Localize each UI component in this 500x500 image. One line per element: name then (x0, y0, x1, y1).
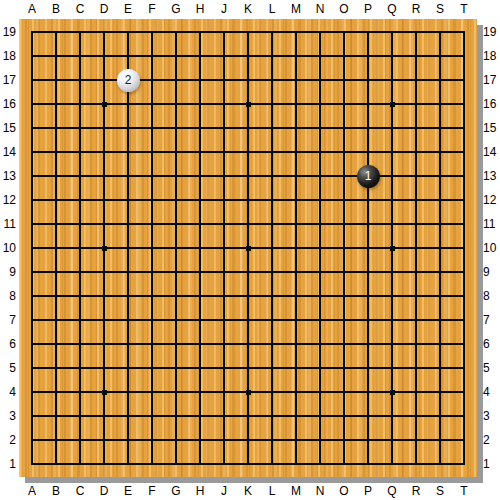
coordinate-label-bottom-L: L (260, 484, 284, 498)
coordinate-label-right-5: 5 (483, 361, 500, 375)
grid-line-horizontal (31, 295, 465, 297)
coordinate-label-left-5: 5 (1, 361, 16, 375)
coordinate-label-bottom-E: E (116, 484, 140, 498)
coordinate-label-top-K: K (236, 2, 260, 16)
coordinate-label-left-3: 3 (1, 409, 16, 423)
coordinate-label-left-9: 9 (1, 265, 16, 279)
star-point-D10 (102, 246, 107, 251)
coordinate-label-top-C: C (68, 2, 92, 16)
coordinate-label-bottom-R: R (404, 484, 428, 498)
coordinate-label-bottom-B: B (44, 484, 68, 498)
coordinate-label-left-18: 18 (1, 49, 16, 63)
coordinate-label-top-R: R (404, 2, 428, 16)
white-stone-E17[interactable]: 2 (117, 69, 140, 92)
coordinate-label-right-3: 3 (483, 409, 500, 423)
star-point-Q16 (390, 102, 395, 107)
coordinate-label-bottom-S: S (428, 484, 452, 498)
coordinate-label-right-2: 2 (483, 433, 500, 447)
coordinate-label-right-7: 7 (483, 313, 500, 327)
coordinate-label-bottom-A: A (20, 484, 44, 498)
coordinate-label-right-10: 10 (483, 241, 500, 255)
coordinate-label-right-14: 14 (483, 145, 500, 159)
coordinate-label-right-8: 8 (483, 289, 500, 303)
coordinate-label-right-17: 17 (483, 73, 500, 87)
coordinate-label-left-7: 7 (1, 313, 16, 327)
coordinate-label-left-15: 15 (1, 121, 16, 135)
coordinate-label-top-N: N (308, 2, 332, 16)
stone-move-number: 1 (365, 170, 372, 182)
coordinate-label-top-E: E (116, 2, 140, 16)
coordinate-label-bottom-J: J (212, 484, 236, 498)
star-point-K10 (246, 246, 251, 251)
grid-line-vertical (343, 31, 345, 465)
coordinate-label-bottom-Q: Q (380, 484, 404, 498)
coordinate-label-left-12: 12 (1, 193, 16, 207)
coordinate-label-left-8: 8 (1, 289, 16, 303)
coordinate-label-left-13: 13 (1, 169, 16, 183)
stone-move-number: 2 (125, 74, 132, 86)
grid-line-horizontal (31, 439, 465, 441)
coordinate-label-bottom-T: T (452, 484, 476, 498)
coordinate-label-left-17: 17 (1, 73, 16, 87)
coordinate-label-right-9: 9 (483, 265, 500, 279)
coordinate-label-bottom-H: H (188, 484, 212, 498)
star-point-D16 (102, 102, 107, 107)
coordinate-label-top-A: A (20, 2, 44, 16)
coordinate-label-top-P: P (356, 2, 380, 16)
coordinate-label-top-D: D (92, 2, 116, 16)
coordinate-label-top-G: G (164, 2, 188, 16)
coordinate-label-left-16: 16 (1, 97, 16, 111)
coordinate-label-left-4: 4 (1, 385, 16, 399)
coordinate-label-bottom-O: O (332, 484, 356, 498)
coordinate-label-right-15: 15 (483, 121, 500, 135)
star-point-K16 (246, 102, 251, 107)
coordinate-label-top-B: B (44, 2, 68, 16)
grid-line-horizontal (31, 463, 465, 465)
coordinate-label-left-10: 10 (1, 241, 16, 255)
coordinate-label-top-L: L (260, 2, 284, 16)
coordinate-label-right-11: 11 (483, 217, 500, 231)
coordinate-label-top-Q: Q (380, 2, 404, 16)
grid-line-horizontal (31, 271, 465, 273)
coordinate-label-top-J: J (212, 2, 236, 16)
coordinate-label-top-O: O (332, 2, 356, 16)
grid-line-vertical (319, 31, 321, 465)
coordinate-label-left-14: 14 (1, 145, 16, 159)
grid-line-horizontal (31, 415, 465, 417)
grid-line-vertical (439, 31, 441, 465)
coordinate-label-top-M: M (284, 2, 308, 16)
grid-line-horizontal (31, 367, 465, 369)
coordinate-label-left-11: 11 (1, 217, 16, 231)
grid-line-horizontal (31, 343, 465, 345)
coordinate-label-right-19: 19 (483, 25, 500, 39)
coordinate-label-top-T: T (452, 2, 476, 16)
coordinate-label-right-12: 12 (483, 193, 500, 207)
coordinate-label-left-19: 19 (1, 25, 16, 39)
coordinate-label-left-6: 6 (1, 337, 16, 351)
star-point-D4 (102, 390, 107, 395)
black-stone-P13[interactable]: 1 (357, 165, 380, 188)
star-point-Q10 (390, 246, 395, 251)
coordinate-label-bottom-G: G (164, 484, 188, 498)
grid-line-vertical (463, 31, 465, 465)
go-board[interactable]: 12 (19, 19, 477, 477)
coordinate-label-right-18: 18 (483, 49, 500, 63)
coordinate-label-right-4: 4 (483, 385, 500, 399)
coordinate-label-right-1: 1 (483, 457, 500, 471)
grid-line-horizontal (31, 319, 465, 321)
coordinate-label-bottom-D: D (92, 484, 116, 498)
star-point-K4 (246, 390, 251, 395)
grid-line-vertical (271, 31, 273, 465)
coordinate-label-right-6: 6 (483, 337, 500, 351)
coordinate-label-right-16: 16 (483, 97, 500, 111)
grid-line-vertical (415, 31, 417, 465)
coordinate-label-left-2: 2 (1, 433, 16, 447)
grid-line-vertical (367, 31, 369, 465)
coordinate-label-top-H: H (188, 2, 212, 16)
coordinate-label-bottom-P: P (356, 484, 380, 498)
coordinate-label-bottom-K: K (236, 484, 260, 498)
go-board-diagram: 12 AA1919BB1818CC1717DD1616EE1515FF1414G… (0, 0, 500, 500)
coordinate-label-bottom-F: F (140, 484, 164, 498)
grid-line-vertical (295, 31, 297, 465)
coordinate-label-bottom-C: C (68, 484, 92, 498)
star-point-Q4 (390, 390, 395, 395)
coordinate-label-bottom-M: M (284, 484, 308, 498)
coordinate-label-bottom-N: N (308, 484, 332, 498)
coordinate-label-right-13: 13 (483, 169, 500, 183)
coordinate-label-left-1: 1 (1, 457, 16, 471)
coordinate-label-top-F: F (140, 2, 164, 16)
coordinate-label-top-S: S (428, 2, 452, 16)
